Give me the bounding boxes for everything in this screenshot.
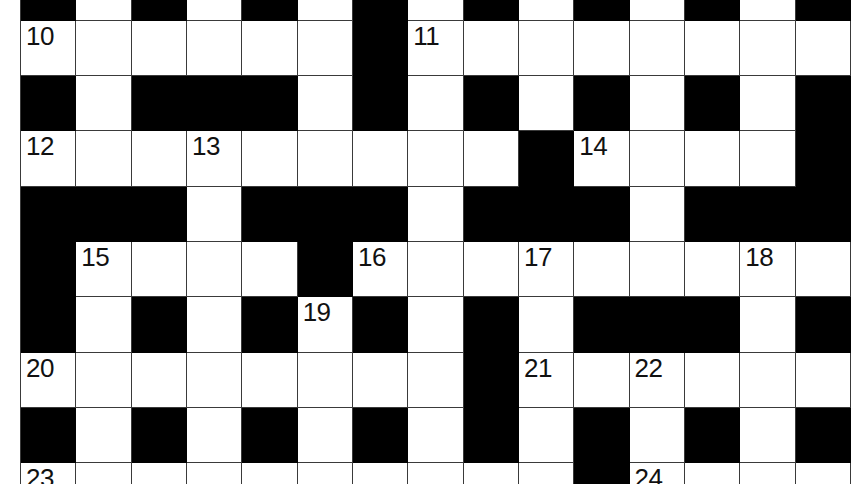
cell[interactable] <box>408 187 463 242</box>
block-cell <box>630 297 685 352</box>
cell[interactable] <box>574 21 629 76</box>
cell[interactable] <box>242 353 297 408</box>
crossword-grid: 101112131415161718192021222324 <box>20 0 851 484</box>
cell[interactable] <box>630 408 685 463</box>
cell[interactable] <box>242 242 297 297</box>
cell[interactable] <box>740 131 795 186</box>
cell[interactable] <box>796 353 851 408</box>
cell[interactable] <box>298 353 353 408</box>
cell[interactable] <box>408 0 463 21</box>
cell[interactable] <box>408 131 463 186</box>
cell[interactable] <box>630 76 685 131</box>
cell[interactable] <box>298 76 353 131</box>
block-cell <box>187 76 242 131</box>
cell[interactable]: 15 <box>76 242 131 297</box>
cell[interactable] <box>187 463 242 484</box>
block-cell <box>796 187 851 242</box>
cell[interactable] <box>630 242 685 297</box>
block-cell <box>242 76 297 131</box>
cell[interactable]: 23 <box>21 463 76 484</box>
cell[interactable] <box>242 463 297 484</box>
block-cell <box>242 0 297 21</box>
block-cell <box>519 187 574 242</box>
cell[interactable]: 10 <box>21 21 76 76</box>
block-cell <box>464 408 519 463</box>
cell[interactable]: 24 <box>630 463 685 484</box>
block-cell <box>685 76 740 131</box>
cell[interactable]: 12 <box>21 131 76 186</box>
block-cell <box>21 0 76 21</box>
cell[interactable] <box>519 76 574 131</box>
block-cell <box>574 0 629 21</box>
cell[interactable] <box>685 131 740 186</box>
clue-number: 14 <box>579 133 607 160</box>
clue-number: 16 <box>358 244 386 271</box>
clue-number: 22 <box>635 355 663 382</box>
block-cell <box>574 408 629 463</box>
block-cell <box>685 408 740 463</box>
block-cell <box>132 408 187 463</box>
clue-number: 10 <box>26 23 54 50</box>
block-cell <box>353 0 408 21</box>
clue-number: 23 <box>26 465 54 484</box>
cell[interactable] <box>132 21 187 76</box>
block-cell <box>353 408 408 463</box>
cell[interactable]: 18 <box>740 242 795 297</box>
block-cell <box>298 187 353 242</box>
cell[interactable] <box>76 0 131 21</box>
cell[interactable] <box>685 353 740 408</box>
cell[interactable] <box>187 353 242 408</box>
cell[interactable] <box>76 408 131 463</box>
cell[interactable] <box>132 353 187 408</box>
cell[interactable] <box>132 131 187 186</box>
cell[interactable] <box>796 21 851 76</box>
cell[interactable] <box>76 463 131 484</box>
clue-number: 20 <box>26 355 54 382</box>
clue-number: 24 <box>635 465 663 484</box>
clue-number: 13 <box>192 133 220 160</box>
cell[interactable] <box>298 21 353 76</box>
block-cell <box>574 76 629 131</box>
cell[interactable] <box>519 408 574 463</box>
cell[interactable] <box>76 131 131 186</box>
cell[interactable]: 21 <box>519 353 574 408</box>
block-cell <box>685 187 740 242</box>
cell[interactable] <box>630 0 685 21</box>
block-cell <box>464 353 519 408</box>
block-cell <box>796 131 851 186</box>
block-cell <box>298 242 353 297</box>
block-cell <box>132 187 187 242</box>
cell[interactable] <box>298 0 353 21</box>
cell[interactable] <box>408 408 463 463</box>
block-cell <box>519 131 574 186</box>
block-cell <box>796 408 851 463</box>
cell[interactable] <box>740 408 795 463</box>
cell[interactable] <box>740 21 795 76</box>
block-cell <box>21 242 76 297</box>
cell[interactable] <box>76 76 131 131</box>
cell[interactable] <box>464 21 519 76</box>
cell[interactable] <box>187 0 242 21</box>
cell[interactable]: 22 <box>630 353 685 408</box>
cell[interactable] <box>353 131 408 186</box>
block-cell <box>242 187 297 242</box>
cell[interactable] <box>630 21 685 76</box>
cell[interactable] <box>408 463 463 484</box>
cell[interactable] <box>187 21 242 76</box>
cell[interactable]: 11 <box>408 21 463 76</box>
block-cell <box>242 408 297 463</box>
cell[interactable] <box>187 242 242 297</box>
block-cell <box>740 187 795 242</box>
block-cell <box>21 187 76 242</box>
cell[interactable]: 16 <box>353 242 408 297</box>
block-cell <box>464 297 519 352</box>
cell[interactable] <box>630 131 685 186</box>
cell[interactable] <box>519 463 574 484</box>
clue-number: 18 <box>745 244 773 271</box>
clue-number: 17 <box>524 244 552 271</box>
block-cell <box>464 187 519 242</box>
block-cell <box>685 0 740 21</box>
block-cell <box>685 297 740 352</box>
cell[interactable]: 14 <box>574 131 629 186</box>
cell[interactable] <box>353 353 408 408</box>
block-cell <box>132 76 187 131</box>
cell[interactable] <box>740 76 795 131</box>
clue-number: 12 <box>26 133 54 160</box>
block-cell <box>132 297 187 352</box>
cell[interactable] <box>298 463 353 484</box>
block-cell <box>132 0 187 21</box>
cell[interactable] <box>740 463 795 484</box>
block-cell <box>21 408 76 463</box>
cell[interactable] <box>796 463 851 484</box>
block-cell <box>76 187 131 242</box>
clue-number: 19 <box>303 299 331 326</box>
cell[interactable] <box>685 463 740 484</box>
cell[interactable] <box>574 353 629 408</box>
cell[interactable] <box>76 21 131 76</box>
cell[interactable] <box>408 76 463 131</box>
cell[interactable] <box>740 353 795 408</box>
cell[interactable] <box>132 242 187 297</box>
cell[interactable] <box>685 242 740 297</box>
cell[interactable] <box>740 0 795 21</box>
cell[interactable] <box>796 242 851 297</box>
block-cell <box>796 297 851 352</box>
cell[interactable] <box>574 242 629 297</box>
clue-number: 21 <box>524 355 552 382</box>
clue-number: 15 <box>81 244 109 271</box>
cell[interactable]: 19 <box>298 297 353 352</box>
block-cell <box>353 76 408 131</box>
block-cell <box>464 0 519 21</box>
cell[interactable] <box>408 353 463 408</box>
block-cell <box>574 463 629 484</box>
cell[interactable] <box>298 131 353 186</box>
cell[interactable] <box>464 131 519 186</box>
cell[interactable] <box>519 0 574 21</box>
cell[interactable] <box>187 297 242 352</box>
block-cell <box>464 76 519 131</box>
cell[interactable] <box>408 297 463 352</box>
cell[interactable] <box>187 408 242 463</box>
block-cell <box>353 21 408 76</box>
cell[interactable] <box>740 297 795 352</box>
cell[interactable] <box>132 463 187 484</box>
cell[interactable] <box>519 297 574 352</box>
block-cell <box>796 76 851 131</box>
cell[interactable] <box>353 463 408 484</box>
block-cell <box>574 297 629 352</box>
cell[interactable] <box>630 187 685 242</box>
cell[interactable] <box>408 242 463 297</box>
cell[interactable] <box>242 131 297 186</box>
cell[interactable] <box>464 463 519 484</box>
cell[interactable] <box>519 21 574 76</box>
cell[interactable]: 17 <box>519 242 574 297</box>
block-cell <box>574 187 629 242</box>
block-cell <box>21 297 76 352</box>
cell[interactable] <box>685 21 740 76</box>
block-cell <box>796 0 851 21</box>
cell[interactable]: 20 <box>21 353 76 408</box>
block-cell <box>242 297 297 352</box>
cell[interactable] <box>298 408 353 463</box>
cell[interactable] <box>76 297 131 352</box>
cell[interactable]: 13 <box>187 131 242 186</box>
clue-number: 11 <box>413 23 439 50</box>
cell[interactable] <box>187 187 242 242</box>
block-cell <box>353 297 408 352</box>
block-cell <box>21 76 76 131</box>
cell[interactable] <box>242 21 297 76</box>
cell[interactable] <box>76 353 131 408</box>
cell[interactable] <box>464 242 519 297</box>
block-cell <box>353 187 408 242</box>
